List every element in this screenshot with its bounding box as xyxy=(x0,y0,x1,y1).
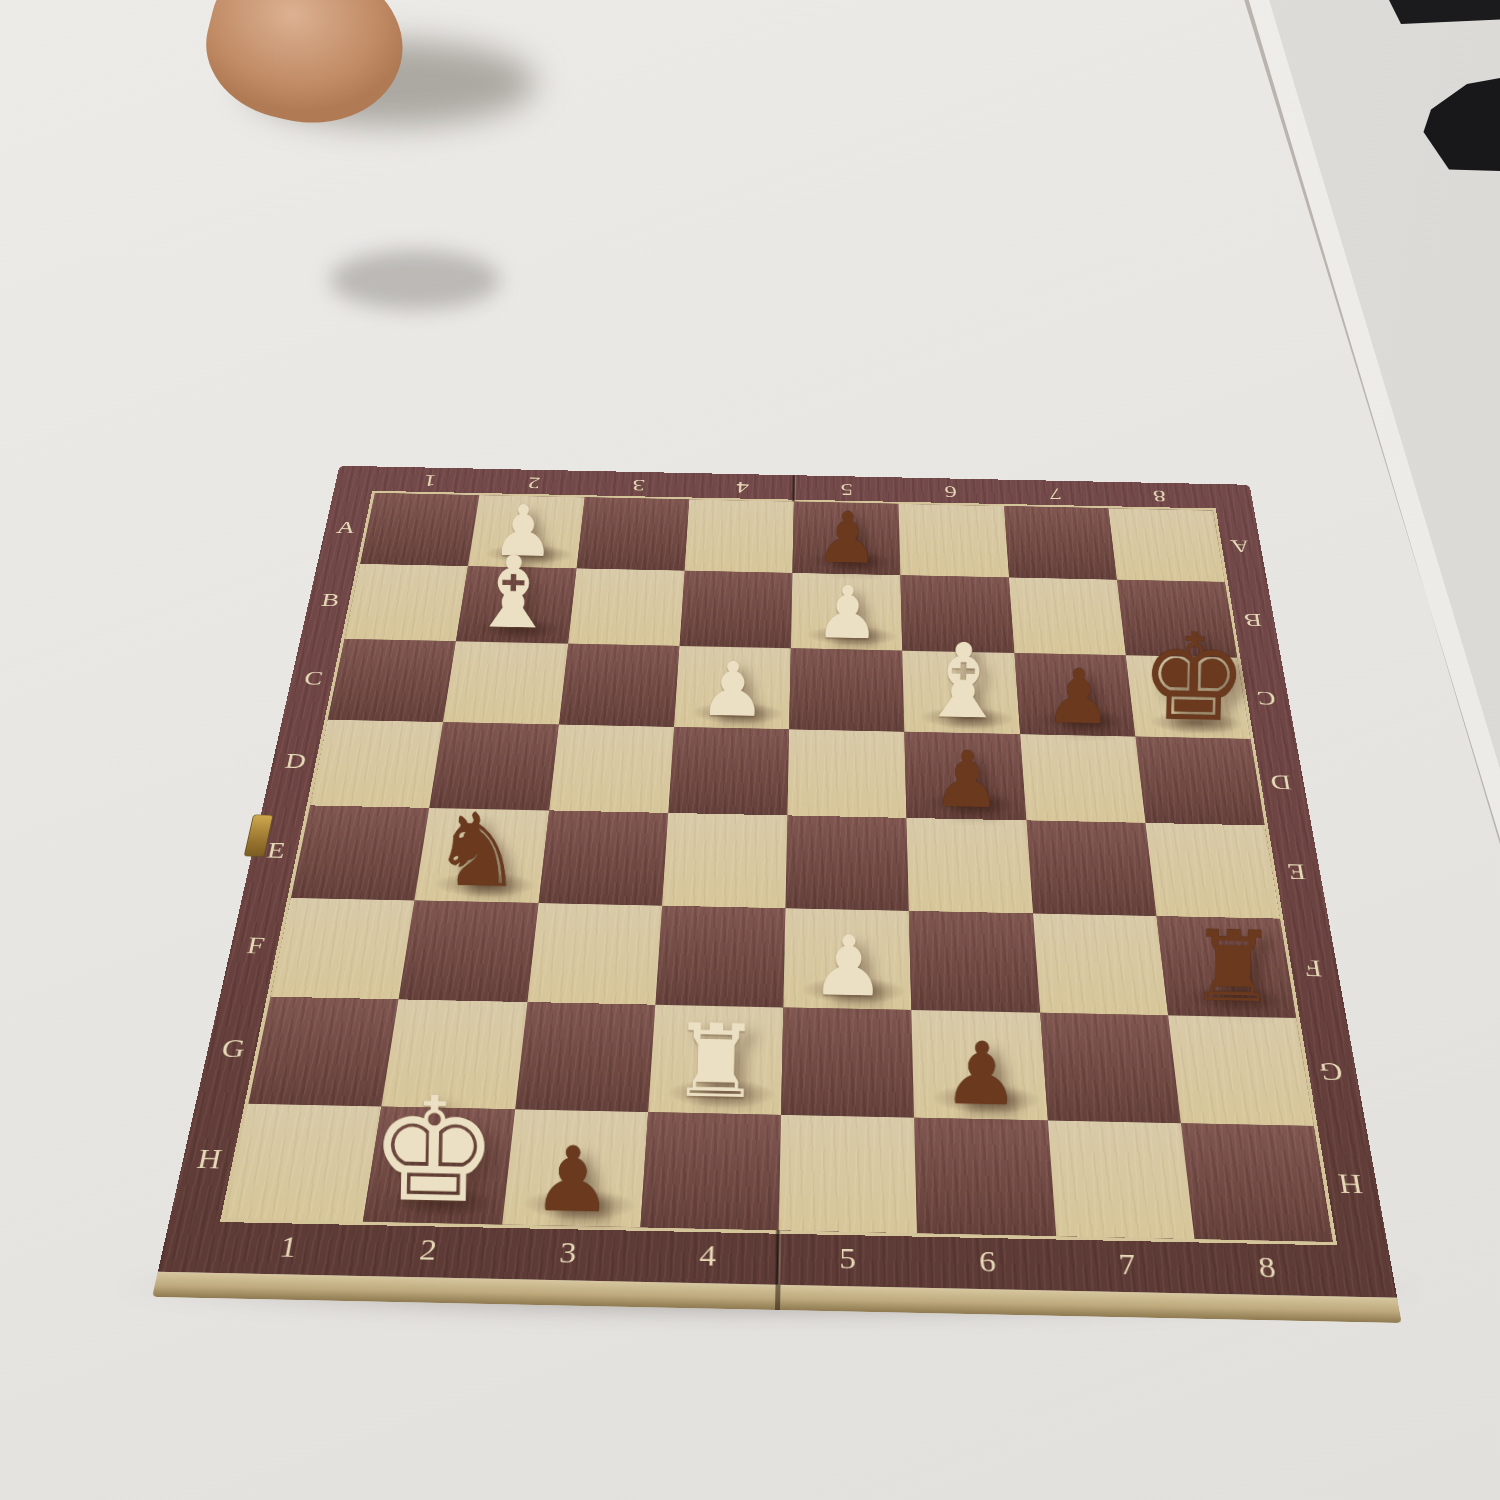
rank-label-8: 8 xyxy=(1194,1239,1341,1297)
square-h2[interactable]: ♚ xyxy=(363,1106,515,1224)
square-e3[interactable] xyxy=(538,810,668,905)
rank-label-2: 2 xyxy=(354,1222,501,1279)
chess-board: 12345678 12345678 ABCDEFGH ABCDEFGH ♟♟♝♟… xyxy=(152,466,1402,1323)
square-f1[interactable] xyxy=(271,898,415,1000)
square-h6[interactable] xyxy=(914,1117,1055,1236)
rank-label-8: 8 xyxy=(1105,482,1213,511)
white-bishop-c6[interactable]: ♝ xyxy=(904,632,1021,732)
square-h8[interactable] xyxy=(1181,1123,1333,1242)
rank-label-5: 5 xyxy=(794,475,899,504)
play-area: ♟♟♝♟♟♝♟♚♟♞♟♜♜♟♚♟ xyxy=(225,493,1333,1242)
white-pawn-b5[interactable]: ♟ xyxy=(791,577,904,648)
square-b3[interactable] xyxy=(568,568,685,646)
square-c1[interactable] xyxy=(328,639,456,722)
rank-label-5: 5 xyxy=(778,1230,919,1287)
black-pawn-h3[interactable]: ♟ xyxy=(502,1136,642,1224)
square-h1[interactable] xyxy=(225,1103,382,1221)
square-d7[interactable] xyxy=(1020,734,1146,823)
square-f4[interactable] xyxy=(655,905,785,1007)
rank-label-3: 3 xyxy=(495,1224,640,1281)
square-d1[interactable] xyxy=(310,719,443,807)
black-pawn-g6[interactable]: ♟ xyxy=(914,1032,1049,1117)
square-f3[interactable] xyxy=(527,903,662,1005)
rank-label-7: 7 xyxy=(1002,480,1109,509)
rank-label-1: 1 xyxy=(375,467,484,495)
square-h3[interactable]: ♟ xyxy=(502,1109,648,1227)
square-f2[interactable] xyxy=(399,900,538,1002)
square-f6[interactable] xyxy=(909,911,1040,1013)
square-c4[interactable]: ♟ xyxy=(674,646,791,729)
square-b7[interactable] xyxy=(1009,577,1126,655)
square-b1[interactable] xyxy=(345,564,469,642)
square-a3[interactable] xyxy=(576,497,689,570)
black-pawn-d6[interactable]: ♟ xyxy=(907,742,1028,818)
square-b5[interactable]: ♟ xyxy=(791,573,903,651)
rank-label-6: 6 xyxy=(917,1233,1059,1290)
square-a5[interactable]: ♟ xyxy=(792,502,900,575)
rank-label-6: 6 xyxy=(898,477,1003,506)
square-c7[interactable]: ♟ xyxy=(1014,653,1135,736)
square-b4[interactable] xyxy=(679,570,792,648)
white-rook-g4[interactable]: ♜ xyxy=(648,1012,783,1111)
rank-label-4: 4 xyxy=(689,473,794,502)
white-pawn-f5[interactable]: ♟ xyxy=(783,926,913,1008)
square-e5[interactable] xyxy=(785,815,909,910)
white-bishop-b2[interactable]: ♝ xyxy=(456,545,569,642)
square-g8[interactable] xyxy=(1168,1015,1314,1125)
square-d5[interactable] xyxy=(787,729,906,818)
square-a4[interactable] xyxy=(684,499,794,572)
black-pawn-c7[interactable]: ♟ xyxy=(1020,660,1137,733)
square-c3[interactable] xyxy=(559,644,680,727)
square-c2[interactable] xyxy=(443,641,567,724)
square-d8[interactable] xyxy=(1135,736,1265,825)
rank-label-3: 3 xyxy=(584,471,691,500)
square-c6[interactable]: ♝ xyxy=(902,651,1019,734)
square-g4[interactable]: ♜ xyxy=(648,1005,783,1115)
square-h5[interactable] xyxy=(779,1114,918,1233)
rank-label-2: 2 xyxy=(480,469,588,497)
black-pawn-a5[interactable]: ♟ xyxy=(792,504,901,573)
square-g6[interactable]: ♟ xyxy=(912,1010,1048,1120)
square-a7[interactable] xyxy=(1004,506,1117,579)
square-f8[interactable]: ♜ xyxy=(1156,916,1296,1018)
square-f5[interactable]: ♟ xyxy=(783,908,911,1010)
black-rook-f8[interactable]: ♜ xyxy=(1168,920,1298,1015)
square-e4[interactable] xyxy=(662,813,788,908)
rank-label-4: 4 xyxy=(636,1227,778,1284)
square-d6[interactable]: ♟ xyxy=(904,731,1026,820)
square-e6[interactable] xyxy=(907,818,1033,913)
square-e2[interactable]: ♞ xyxy=(415,808,549,903)
square-g5[interactable] xyxy=(781,1007,914,1117)
desk-smudge xyxy=(330,250,500,310)
white-king-h2[interactable]: ♚ xyxy=(364,1081,505,1221)
square-c8[interactable]: ♚ xyxy=(1126,655,1251,738)
fold-seam-edge xyxy=(775,1285,781,1310)
square-d3[interactable] xyxy=(549,724,674,813)
square-g7[interactable] xyxy=(1040,1013,1181,1123)
square-e1[interactable] xyxy=(291,805,429,900)
square-e8[interactable] xyxy=(1145,823,1280,918)
square-g3[interactable] xyxy=(515,1002,655,1112)
square-d4[interactable] xyxy=(668,727,789,816)
desk-surface: 12345678 12345678 ABCDEFGH ABCDEFGH ♟♟♝♟… xyxy=(0,0,1500,1500)
square-h7[interactable] xyxy=(1047,1120,1194,1239)
white-pawn-c4[interactable]: ♟ xyxy=(674,653,791,726)
square-c5[interactable] xyxy=(789,648,904,731)
square-a6[interactable] xyxy=(899,504,1009,577)
black-knight-e2[interactable]: ♞ xyxy=(415,801,540,900)
rank-label-7: 7 xyxy=(1056,1236,1201,1294)
square-f7[interactable] xyxy=(1033,913,1168,1015)
board-border: 12345678 12345678 ABCDEFGH ABCDEFGH ♟♟♝♟… xyxy=(158,466,1397,1298)
rank-label-1: 1 xyxy=(213,1219,363,1276)
square-h4[interactable] xyxy=(640,1112,781,1231)
square-b2[interactable]: ♝ xyxy=(456,566,576,644)
square-a8[interactable] xyxy=(1108,508,1224,582)
square-e7[interactable] xyxy=(1026,820,1156,915)
